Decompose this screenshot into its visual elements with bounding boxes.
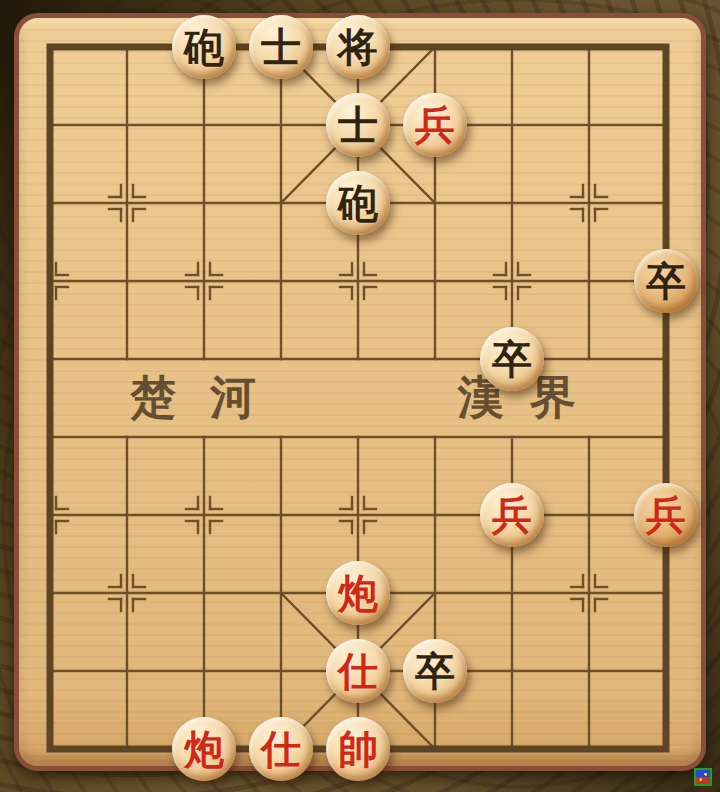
top-accent-line (30, 0, 213, 3)
piece-red-cannon[interactable]: 炮 (172, 717, 236, 781)
piece-red-soldier[interactable]: 兵 (634, 483, 698, 547)
piece-red-advisor[interactable]: 仕 (249, 717, 313, 781)
piece-red-soldier[interactable]: 兵 (480, 483, 544, 547)
piece-black-cannon[interactable]: 砲 (172, 15, 236, 79)
piece-black-advisor[interactable]: 士 (249, 15, 313, 79)
watermark-icon (694, 768, 712, 786)
piece-black-soldier[interactable]: 卒 (403, 639, 467, 703)
piece-red-cannon[interactable]: 炮 (326, 561, 390, 625)
piece-red-soldier[interactable]: 兵 (403, 93, 467, 157)
piece-black-cannon[interactable]: 砲 (326, 171, 390, 235)
piece-red-advisor[interactable]: 仕 (326, 639, 390, 703)
pieces-layer: 砲士将士兵砲卒卒兵兵炮仕卒炮仕帥 (12, 8, 705, 788)
piece-black-general[interactable]: 将 (326, 15, 390, 79)
piece-black-soldier[interactable]: 卒 (480, 327, 544, 391)
piece-black-advisor[interactable]: 士 (326, 93, 390, 157)
piece-red-general[interactable]: 帥 (326, 717, 390, 781)
piece-black-soldier[interactable]: 卒 (634, 249, 698, 313)
